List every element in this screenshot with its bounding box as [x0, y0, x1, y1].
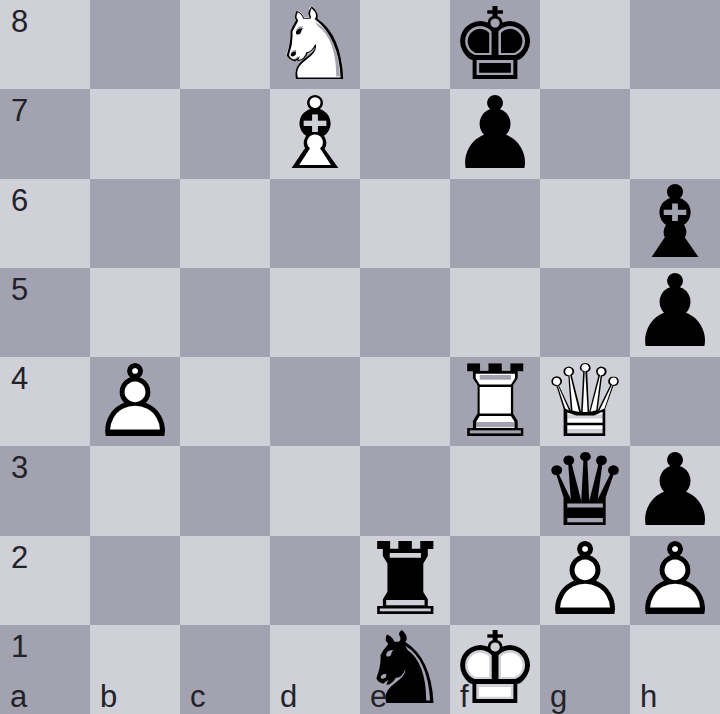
square-c8[interactable] [180, 0, 270, 89]
square-g8[interactable] [540, 0, 630, 89]
square-e5[interactable] [360, 268, 450, 357]
white-pawn[interactable]: ♟♙ [90, 357, 180, 446]
square-d6[interactable] [270, 179, 360, 268]
rank-label-6: 6 [11, 185, 28, 216]
square-f4[interactable]: ♜♖ [450, 357, 540, 446]
rank-label-2: 2 [11, 542, 28, 573]
white-pawn[interactable]: ♟♙ [540, 536, 630, 625]
square-d7[interactable]: ♝♗ [270, 89, 360, 178]
square-e6[interactable] [360, 179, 450, 268]
white-rook[interactable]: ♜♖ [450, 357, 540, 446]
square-e8[interactable] [360, 0, 450, 89]
square-a1[interactable]: 1a [0, 625, 90, 714]
file-label-g: g [550, 681, 567, 712]
square-c2[interactable] [180, 536, 270, 625]
white-pawn[interactable]: ♟♙ [630, 536, 720, 625]
square-b4[interactable]: ♟♙ [90, 357, 180, 446]
square-b2[interactable] [90, 536, 180, 625]
square-b1[interactable]: b [90, 625, 180, 714]
square-f7[interactable]: ♟ [450, 89, 540, 178]
rank-label-3: 3 [11, 452, 28, 483]
square-a5[interactable]: 5 [0, 268, 90, 357]
pawn-glyph: ♙ [630, 536, 720, 625]
rank-label-5: 5 [11, 274, 28, 305]
white-king[interactable]: ♚♔ [450, 625, 540, 714]
square-b8[interactable] [90, 0, 180, 89]
square-a7[interactable]: 7 [0, 89, 90, 178]
square-a3[interactable]: 3 [0, 446, 90, 535]
rook-glyph: ♖ [450, 357, 540, 446]
square-a8[interactable]: 8 [0, 0, 90, 89]
square-h5[interactable]: ♟ [630, 268, 720, 357]
square-e7[interactable] [360, 89, 450, 178]
white-bishop[interactable]: ♝♗ [270, 89, 360, 178]
square-h8[interactable] [630, 0, 720, 89]
file-label-b: b [100, 681, 117, 712]
square-d3[interactable] [270, 446, 360, 535]
square-c6[interactable] [180, 179, 270, 268]
file-label-a: a [10, 681, 27, 712]
square-e1[interactable]: e♞ [360, 625, 450, 714]
square-g6[interactable] [540, 179, 630, 268]
square-g1[interactable]: g [540, 625, 630, 714]
knight-glyph: ♞ [360, 625, 450, 714]
file-label-c: c [190, 681, 206, 712]
square-d2[interactable] [270, 536, 360, 625]
square-d1[interactable]: d [270, 625, 360, 714]
square-a2[interactable]: 2 [0, 536, 90, 625]
square-c4[interactable] [180, 357, 270, 446]
square-c7[interactable] [180, 89, 270, 178]
square-b7[interactable] [90, 89, 180, 178]
square-h2[interactable]: ♟♙ [630, 536, 720, 625]
square-d5[interactable] [270, 268, 360, 357]
square-f1[interactable]: f♚♔ [450, 625, 540, 714]
bishop-glyph: ♗ [270, 89, 360, 178]
square-f6[interactable] [450, 179, 540, 268]
pawn-glyph: ♙ [90, 357, 180, 446]
rank-label-1: 1 [11, 631, 28, 662]
square-b3[interactable] [90, 446, 180, 535]
file-label-h: h [640, 681, 657, 712]
king-glyph: ♔ [450, 625, 540, 714]
square-f3[interactable] [450, 446, 540, 535]
rank-label-8: 8 [11, 6, 28, 37]
black-pawn[interactable]: ♟ [450, 89, 540, 178]
pawn-glyph: ♟ [630, 268, 720, 357]
file-label-d: d [280, 681, 297, 712]
chess-board: 8♞♘♚7♝♗♟6♝5♟4♟♙♜♖♛♕3♛♟2♜♟♙♟♙1abcde♞f♚♔gh [0, 0, 720, 714]
square-c1[interactable]: c [180, 625, 270, 714]
square-e4[interactable] [360, 357, 450, 446]
square-d4[interactable] [270, 357, 360, 446]
square-a6[interactable]: 6 [0, 179, 90, 268]
square-c3[interactable] [180, 446, 270, 535]
square-g2[interactable]: ♟♙ [540, 536, 630, 625]
square-a4[interactable]: 4 [0, 357, 90, 446]
square-c5[interactable] [180, 268, 270, 357]
square-g7[interactable] [540, 89, 630, 178]
black-pawn[interactable]: ♟ [630, 268, 720, 357]
square-b6[interactable] [90, 179, 180, 268]
square-h1[interactable]: h [630, 625, 720, 714]
rank-label-7: 7 [11, 95, 28, 126]
pawn-glyph: ♟ [450, 89, 540, 178]
black-knight[interactable]: ♞ [360, 625, 450, 714]
rank-label-4: 4 [11, 363, 28, 394]
pawn-glyph: ♙ [540, 536, 630, 625]
